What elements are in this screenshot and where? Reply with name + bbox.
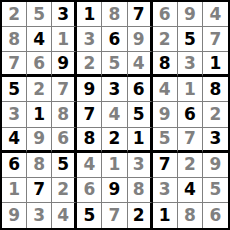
sudoku-cell-r6c8[interactable]: 7 [178,128,203,153]
sudoku-cell-r3c4[interactable]: 2 [77,52,102,77]
sudoku-cell-r6c1[interactable]: 4 [2,128,27,153]
sudoku-cell-r2c8[interactable]: 5 [178,27,203,52]
sudoku-cell-r5c9[interactable]: 2 [203,102,228,127]
sudoku-cell-r1c3[interactable]: 3 [52,2,77,27]
sudoku-cell-r6c3[interactable]: 6 [52,128,77,153]
sudoku-cell-r3c7[interactable]: 8 [153,52,178,77]
sudoku-cell-r1c7[interactable]: 6 [153,2,178,27]
sudoku-cell-r7c9[interactable]: 9 [203,153,228,178]
sudoku-cell-r5c8[interactable]: 6 [178,102,203,127]
sudoku-cell-r8c4[interactable]: 6 [77,178,102,203]
sudoku-cell-r2c5[interactable]: 6 [102,27,127,52]
sudoku-cell-r8c3[interactable]: 2 [52,178,77,203]
sudoku-cell-r4c9[interactable]: 8 [203,77,228,102]
sudoku-cell-r8c7[interactable]: 3 [153,178,178,203]
sudoku-cell-r9c2[interactable]: 3 [27,203,52,228]
sudoku-cell-r2c9[interactable]: 7 [203,27,228,52]
sudoku-cell-r5c5[interactable]: 4 [102,102,127,127]
sudoku-cell-r8c2[interactable]: 7 [27,178,52,203]
sudoku-cell-r3c9[interactable]: 1 [203,52,228,77]
sudoku-cell-r6c5[interactable]: 2 [102,128,127,153]
sudoku-cell-r9c7[interactable]: 1 [153,203,178,228]
sudoku-cell-r2c2[interactable]: 4 [27,27,52,52]
sudoku-board: 2531876948413692577692548315279364183187… [0,0,230,230]
sudoku-cell-r3c2[interactable]: 6 [27,52,52,77]
sudoku-cell-r9c5[interactable]: 7 [102,203,127,228]
sudoku-cell-r7c1[interactable]: 6 [2,153,27,178]
sudoku-cell-r7c8[interactable]: 2 [178,153,203,178]
sudoku-cell-r3c6[interactable]: 4 [128,52,153,77]
sudoku-cell-r2c3[interactable]: 1 [52,27,77,52]
sudoku-cell-r1c4[interactable]: 1 [77,2,102,27]
sudoku-cell-r7c4[interactable]: 4 [77,153,102,178]
sudoku-cell-r7c3[interactable]: 5 [52,153,77,178]
sudoku-cell-r1c6[interactable]: 7 [128,2,153,27]
sudoku-cell-r5c2[interactable]: 1 [27,102,52,127]
sudoku-cell-r1c9[interactable]: 4 [203,2,228,27]
sudoku-cell-r3c5[interactable]: 5 [102,52,127,77]
sudoku-cell-r2c1[interactable]: 8 [2,27,27,52]
sudoku-cell-r2c4[interactable]: 3 [77,27,102,52]
sudoku-cell-r7c5[interactable]: 1 [102,153,127,178]
sudoku-cell-r6c7[interactable]: 5 [153,128,178,153]
sudoku-cell-r9c9[interactable]: 6 [203,203,228,228]
sudoku-cell-r8c5[interactable]: 9 [102,178,127,203]
sudoku-cell-r7c6[interactable]: 3 [128,153,153,178]
sudoku-cell-r1c8[interactable]: 9 [178,2,203,27]
sudoku-cell-r7c2[interactable]: 8 [27,153,52,178]
sudoku-cell-r9c3[interactable]: 4 [52,203,77,228]
sudoku-cell-r6c6[interactable]: 1 [128,128,153,153]
sudoku-cell-r3c1[interactable]: 7 [2,52,27,77]
sudoku-cell-r5c6[interactable]: 5 [128,102,153,127]
sudoku-cell-r3c3[interactable]: 9 [52,52,77,77]
sudoku-cell-r8c9[interactable]: 5 [203,178,228,203]
sudoku-cell-r9c6[interactable]: 2 [128,203,153,228]
sudoku-cell-r5c4[interactable]: 7 [77,102,102,127]
sudoku-cell-r6c9[interactable]: 3 [203,128,228,153]
sudoku-cell-r4c2[interactable]: 2 [27,77,52,102]
sudoku-cell-r1c2[interactable]: 5 [27,2,52,27]
sudoku-cell-r1c5[interactable]: 8 [102,2,127,27]
sudoku-cell-r4c4[interactable]: 9 [77,77,102,102]
sudoku-cell-r3c8[interactable]: 3 [178,52,203,77]
sudoku-cell-r6c2[interactable]: 9 [27,128,52,153]
sudoku-cell-r2c7[interactable]: 2 [153,27,178,52]
sudoku-cell-r9c1[interactable]: 9 [2,203,27,228]
sudoku-cell-r4c5[interactable]: 3 [102,77,127,102]
sudoku-cell-r9c8[interactable]: 8 [178,203,203,228]
sudoku-cell-r4c7[interactable]: 4 [153,77,178,102]
sudoku-cell-r8c8[interactable]: 4 [178,178,203,203]
sudoku-cell-r2c6[interactable]: 9 [128,27,153,52]
sudoku-cell-r4c3[interactable]: 7 [52,77,77,102]
sudoku-cell-r6c4[interactable]: 8 [77,128,102,153]
sudoku-cell-r5c1[interactable]: 3 [2,102,27,127]
sudoku-cell-r8c6[interactable]: 8 [128,178,153,203]
sudoku-cell-r7c7[interactable]: 7 [153,153,178,178]
sudoku-cell-r8c1[interactable]: 1 [2,178,27,203]
sudoku-cell-r5c7[interactable]: 9 [153,102,178,127]
sudoku-cell-r4c1[interactable]: 5 [2,77,27,102]
sudoku-cell-r9c4[interactable]: 5 [77,203,102,228]
sudoku-cell-r1c1[interactable]: 2 [2,2,27,27]
sudoku-cell-r4c8[interactable]: 1 [178,77,203,102]
sudoku-cell-r5c3[interactable]: 8 [52,102,77,127]
sudoku-cell-r4c6[interactable]: 6 [128,77,153,102]
